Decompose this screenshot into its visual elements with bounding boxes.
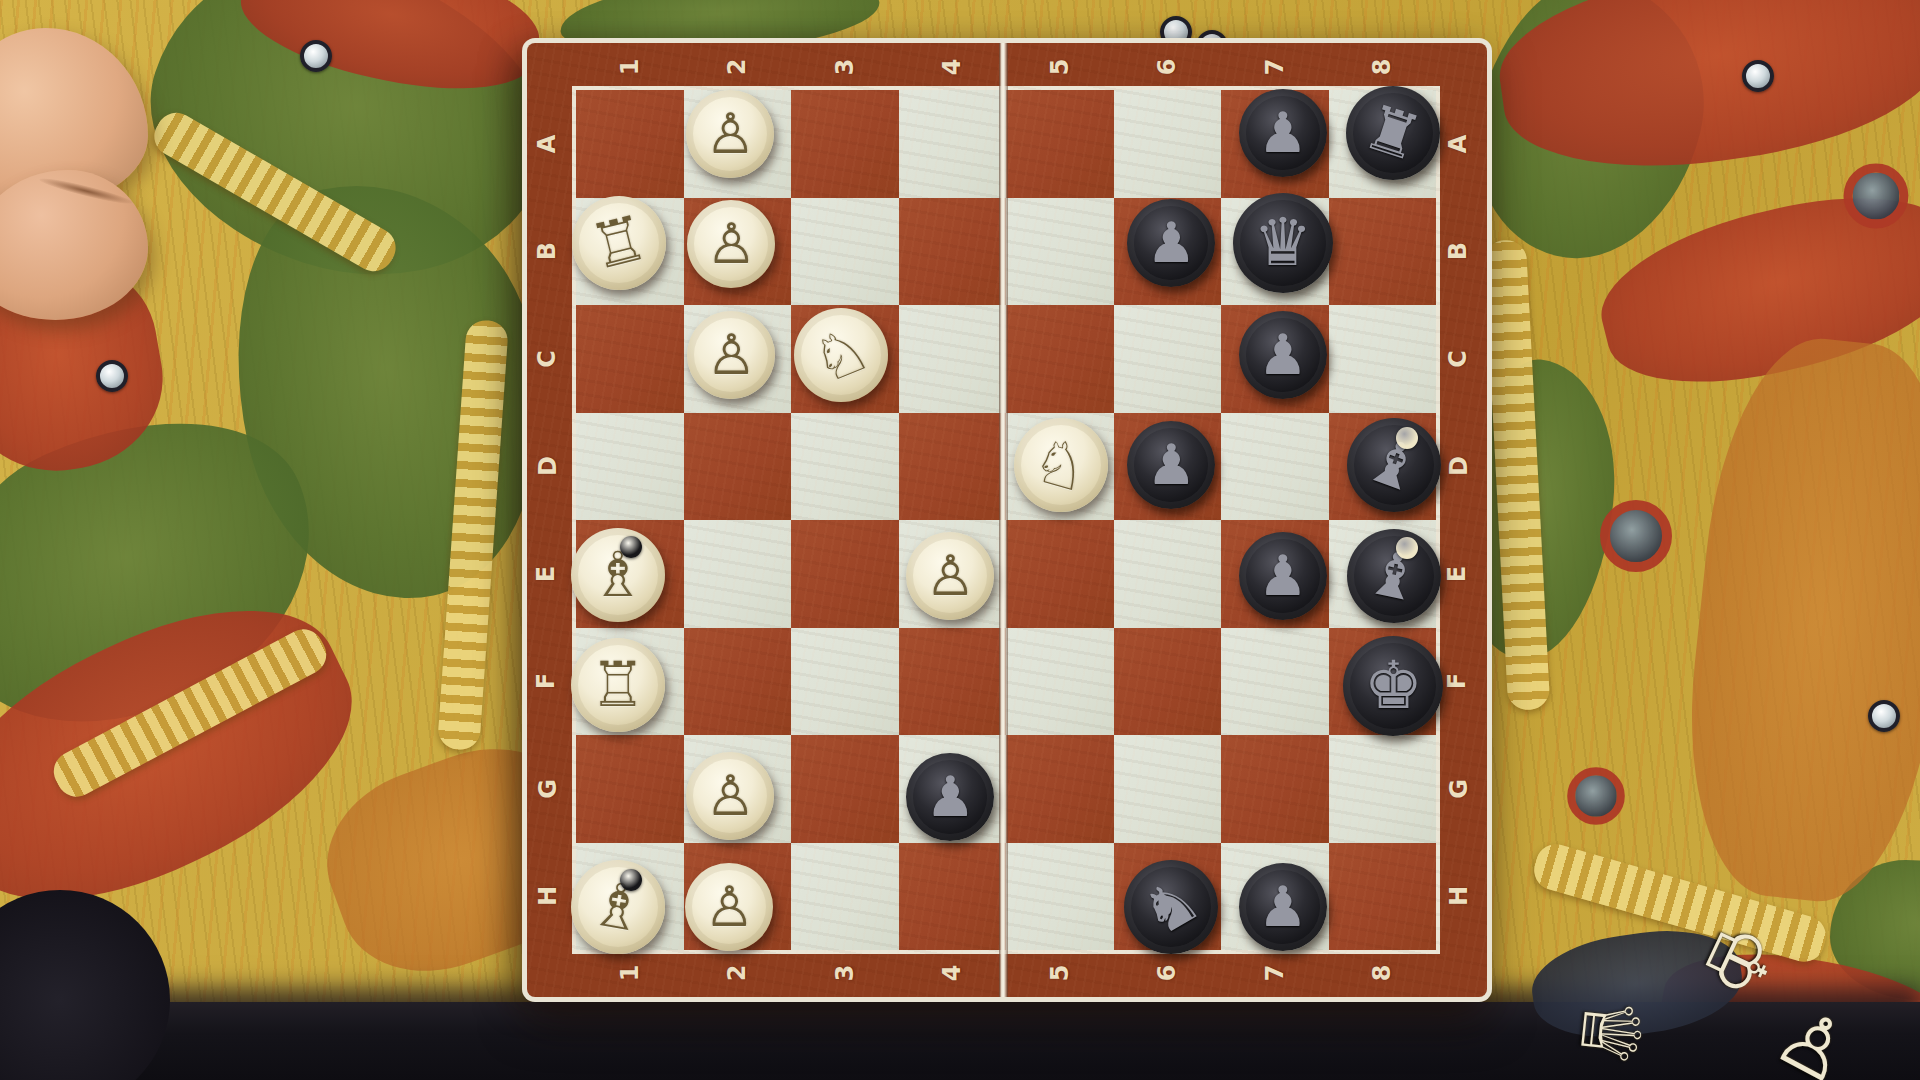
white-pawn-g2[interactable]: ♙: [678, 744, 782, 848]
square-C6[interactable]: [1114, 305, 1222, 413]
black-pawn-a7[interactable]: ♟: [1231, 81, 1335, 185]
label-left-B: B: [533, 242, 561, 260]
white-pawn-e4[interactable]: ♙: [898, 524, 1002, 628]
square-G1[interactable]: [576, 735, 684, 843]
white-pawn-glyph: ♙: [925, 548, 975, 604]
white-knight-c3[interactable]: ♘: [789, 303, 893, 407]
carpet-mirror-rosette: [1567, 767, 1625, 825]
white-pawn-c2[interactable]: ♙: [679, 303, 783, 407]
square-H5[interactable]: [1006, 843, 1114, 951]
black-king-f8[interactable]: ♚: [1341, 634, 1445, 738]
label-bottom-2: 2: [724, 965, 752, 982]
square-H4[interactable]: [899, 843, 1007, 951]
label-top-6: 6: [1154, 59, 1182, 76]
square-E3[interactable]: [791, 520, 899, 628]
black-pawn-glyph: ♟: [1258, 879, 1308, 935]
white-rook-b1[interactable]: ♖: [567, 191, 671, 295]
label-bottom-8: 8: [1369, 965, 1397, 982]
label-bottom-3: 3: [831, 965, 859, 982]
black-knight-h6[interactable]: ♞: [1119, 855, 1223, 959]
square-D1[interactable]: [576, 413, 684, 521]
square-F5[interactable]: [1006, 628, 1114, 736]
square-C1[interactable]: [576, 305, 684, 413]
square-E5[interactable]: [1006, 520, 1114, 628]
black-pawn-glyph: ♟: [1258, 548, 1308, 604]
white-pawn-glyph: ♙: [705, 106, 755, 162]
square-H3[interactable]: [791, 843, 899, 951]
carpet-mirror-dot: [1868, 700, 1900, 732]
label-top-5: 5: [1046, 59, 1074, 76]
white-knight-d5[interactable]: ♘: [1009, 413, 1113, 517]
label-right-F: F: [1443, 673, 1471, 689]
white-pawn-glyph: ♙: [706, 216, 756, 272]
square-F7[interactable]: [1221, 628, 1329, 736]
carpet-mirror-dot: [1742, 60, 1774, 92]
black-rook-a8[interactable]: ♜: [1341, 81, 1445, 185]
black-pawn-glyph: ♟: [1258, 327, 1308, 383]
square-A3[interactable]: [791, 90, 899, 198]
black-pawn-h7[interactable]: ♟: [1231, 855, 1335, 959]
black-pawn-glyph: ♟: [1146, 437, 1196, 493]
white-rook-glyph: ♖: [590, 654, 646, 716]
square-G8[interactable]: [1329, 735, 1437, 843]
square-D2[interactable]: [684, 413, 792, 521]
label-top-1: 1: [616, 59, 644, 76]
label-left-G: G: [534, 779, 562, 799]
black-queen-glyph: ♛: [1253, 210, 1312, 276]
bishop-finial-dot: [620, 869, 642, 891]
square-A6[interactable]: [1114, 90, 1222, 198]
white-pawn-glyph: ♙: [705, 768, 755, 824]
board-fold-seam: [999, 43, 1008, 997]
square-B3[interactable]: [791, 198, 899, 306]
white-rook-f1[interactable]: ♖: [566, 633, 670, 737]
label-left-E: E: [532, 566, 560, 582]
square-D7[interactable]: [1221, 413, 1329, 521]
label-bottom-1: 1: [616, 965, 644, 982]
carpet-mirror-rosette: [1844, 164, 1909, 229]
label-top-2: 2: [724, 59, 752, 76]
black-pawn-b6[interactable]: ♟: [1119, 191, 1223, 295]
square-F3[interactable]: [791, 628, 899, 736]
square-G5[interactable]: [1006, 735, 1114, 843]
label-top-4: 4: [939, 59, 967, 76]
label-bottom-6: 6: [1154, 965, 1182, 982]
label-left-F: F: [532, 673, 560, 689]
black-pawn-c7[interactable]: ♟: [1231, 303, 1335, 407]
square-B5[interactable]: [1006, 198, 1114, 306]
bishop-finial-dot: [1396, 427, 1418, 449]
square-C5[interactable]: [1006, 305, 1114, 413]
black-pawn-glyph: ♟: [925, 769, 975, 825]
chess-board: 1234567812345678ABCDEFGHABCDEFGH ♙♖♙♙♘♘♗…: [527, 43, 1487, 997]
label-bottom-5: 5: [1046, 965, 1074, 982]
label-top-3: 3: [831, 59, 859, 76]
black-queen-b7[interactable]: ♛: [1231, 191, 1335, 295]
carpet-mirror-rosette: [1600, 500, 1672, 572]
black-pawn-g4[interactable]: ♟: [898, 745, 1002, 849]
carpet-mirror-dot: [300, 40, 332, 72]
white-pawn-a2[interactable]: ♙: [678, 82, 782, 186]
square-H8[interactable]: [1329, 843, 1437, 951]
black-pawn-glyph: ♟: [1258, 105, 1308, 161]
square-G7[interactable]: [1221, 735, 1329, 843]
square-D3[interactable]: [791, 413, 899, 521]
black-king-glyph: ♚: [1364, 653, 1423, 719]
label-bottom-7: 7: [1261, 965, 1289, 982]
white-pawn-h2[interactable]: ♙: [677, 855, 781, 959]
white-pawn-glyph: ♙: [706, 327, 756, 383]
square-B4[interactable]: [899, 198, 1007, 306]
carpet-mirror-dot: [96, 360, 128, 392]
square-G3[interactable]: [791, 735, 899, 843]
bishop-finial-dot: [620, 536, 642, 558]
square-C4[interactable]: [899, 305, 1007, 413]
label-bottom-4: 4: [939, 965, 967, 982]
square-F2[interactable]: [684, 628, 792, 736]
square-A5[interactable]: [1006, 90, 1114, 198]
label-left-H: H: [534, 886, 562, 906]
square-D4[interactable]: [899, 413, 1007, 521]
square-F6[interactable]: [1114, 628, 1222, 736]
square-F4[interactable]: [899, 628, 1007, 736]
black-pawn-glyph: ♟: [1146, 215, 1196, 271]
label-left-A: A: [533, 134, 561, 153]
label-left-D: D: [534, 456, 562, 476]
square-A1[interactable]: [576, 90, 684, 198]
label-top-7: 7: [1261, 59, 1289, 76]
square-B8[interactable]: [1329, 198, 1437, 306]
offboard-white-queen[interactable]: ♕: [1566, 992, 1653, 1072]
label-left-C: C: [533, 350, 561, 368]
black-bishop-d8[interactable]: ♝: [1342, 413, 1446, 517]
black-pawn-e7[interactable]: ♟: [1231, 524, 1335, 628]
label-right-B: B: [1444, 242, 1472, 260]
white-pawn-b2[interactable]: ♙: [679, 192, 783, 296]
scene: 1234567812345678ABCDEFGHABCDEFGH ♙♖♙♙♘♘♗…: [0, 0, 1920, 1080]
white-bishop-e1[interactable]: ♗: [566, 523, 670, 627]
label-right-G: G: [1445, 779, 1473, 799]
white-bishop-h1[interactable]: ♗: [566, 855, 670, 959]
label-top-8: 8: [1369, 59, 1397, 76]
black-bishop-e8[interactable]: ♝: [1342, 524, 1446, 628]
label-right-D: D: [1445, 456, 1473, 476]
black-pawn-d6[interactable]: ♟: [1119, 413, 1223, 517]
label-right-A: A: [1444, 134, 1472, 153]
label-right-E: E: [1443, 566, 1471, 582]
square-G6[interactable]: [1114, 735, 1222, 843]
label-right-C: C: [1444, 350, 1472, 368]
square-A4[interactable]: [899, 90, 1007, 198]
label-right-H: H: [1445, 886, 1473, 906]
square-E2[interactable]: [684, 520, 792, 628]
square-E6[interactable]: [1114, 520, 1222, 628]
white-pawn-glyph: ♙: [704, 879, 754, 935]
square-C8[interactable]: [1329, 305, 1437, 413]
